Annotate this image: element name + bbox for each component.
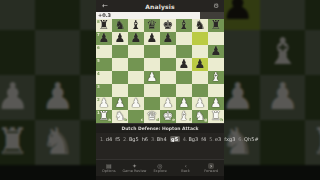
white-pawn-d4[interactable]: ♟ [147, 71, 158, 84]
nav-label: Back [181, 170, 190, 174]
square-a1[interactable]: 1a♜ [96, 110, 112, 123]
move[interactable]: d4 [106, 136, 112, 142]
page-title: Analysis [96, 3, 224, 10]
nav-item-options[interactable]: ▤Options [96, 163, 122, 174]
square-b5[interactable] [112, 58, 128, 71]
rank-label-4: 4 [97, 72, 100, 76]
move-list[interactable]: 1.d4f52.Bg5h63.Bh4g54.Bg3f45.e3fxg36.Qh5… [96, 133, 224, 159]
move-number: 3. [151, 136, 156, 142]
move[interactable]: Bg5 [129, 136, 139, 142]
back-icon[interactable]: ← [102, 0, 108, 12]
file-label-a: a [108, 118, 111, 122]
move[interactable]: e3 [215, 136, 221, 142]
black-pawn-f5[interactable]: ♟ [179, 58, 190, 71]
square-d1[interactable]: d♛ [144, 110, 160, 123]
move-number: 5. [209, 136, 214, 142]
nav-item-game-review[interactable]: ✦Game Review [122, 163, 148, 174]
square-e7[interactable]: ♟ [160, 32, 176, 45]
move-number: 1. [100, 136, 105, 142]
square-g5[interactable]: ♟ [192, 58, 208, 71]
square-a4[interactable]: 4 [96, 71, 112, 84]
nav-label: Options [102, 170, 116, 174]
move[interactable]: Bg3 [188, 136, 198, 142]
square-f4[interactable] [176, 71, 192, 84]
black-knight-g8[interactable]: ♞ [195, 19, 206, 32]
square-h1[interactable]: h♜ [208, 110, 224, 123]
opening-name-bar: Dutch Defense: Hopton Attack [96, 123, 224, 133]
square-h6[interactable]: ♟ [208, 45, 224, 58]
game-review-icon[interactable]: ✦ [132, 163, 137, 169]
nav-item-forward[interactable]: ›Forward [198, 163, 224, 174]
move[interactable]: f4 [201, 136, 206, 142]
rank-label-6: 6 [97, 46, 100, 50]
square-e1[interactable]: e♚ [160, 110, 176, 123]
app-header: ← Analysis ⚙ [96, 0, 224, 12]
square-a6[interactable]: 6 [96, 45, 112, 58]
nav-label: Game Review [122, 170, 146, 174]
nav-label: Explore [153, 170, 166, 174]
move-number: 2. [123, 136, 128, 142]
opening-name: Dutch Defense: Hopton Attack [121, 126, 198, 131]
square-b6[interactable] [112, 45, 128, 58]
file-label-c: c [141, 118, 143, 122]
square-c4[interactable] [128, 71, 144, 84]
square-c5[interactable] [128, 58, 144, 71]
rank-label-3: 3 [97, 85, 100, 89]
square-f1[interactable]: f♝ [176, 110, 192, 123]
move[interactable]: f5 [115, 136, 120, 142]
black-pawn-d7[interactable]: ♟ [147, 32, 158, 45]
back-icon[interactable]: ‹ [184, 163, 186, 169]
square-c6[interactable] [128, 45, 144, 58]
forward-icon[interactable]: › [208, 163, 214, 169]
square-e5[interactable] [160, 58, 176, 71]
explore-icon[interactable]: ◎ [157, 163, 162, 169]
file-label-h: h [220, 118, 223, 122]
square-d4[interactable]: ♟ [144, 71, 160, 84]
square-f8[interactable]: ♝ [176, 19, 192, 32]
square-h4[interactable]: ♝ [208, 71, 224, 84]
square-g8[interactable]: ♞ [192, 19, 208, 32]
move-number: 4. [183, 136, 188, 142]
square-g7[interactable] [192, 32, 208, 45]
square-g4[interactable] [192, 71, 208, 84]
square-d7[interactable]: ♟ [144, 32, 160, 45]
move[interactable]: h6 [142, 136, 148, 142]
move[interactable]: fxg3 [224, 136, 235, 142]
square-f5[interactable]: ♟ [176, 58, 192, 71]
black-pawn-e7[interactable]: ♟ [163, 32, 174, 45]
black-pawn-c7[interactable]: ♟ [131, 32, 142, 45]
move[interactable]: Qh5# [244, 136, 258, 142]
phone-bottom-strip [96, 176, 224, 180]
rank-label-8: 8 [97, 20, 100, 24]
nav-label: Forward [204, 170, 218, 174]
options-icon[interactable]: ▤ [106, 163, 112, 169]
square-d3[interactable] [144, 84, 160, 97]
file-label-e: e [172, 118, 175, 122]
rank-label-7: 7 [97, 33, 100, 37]
square-e6[interactable] [160, 45, 176, 58]
file-label-f: f [189, 118, 191, 122]
rank-label-2: 2 [97, 98, 100, 102]
bottom-navigation: ▤Options✦Game Review◎Explore‹Back›Forwar… [96, 159, 224, 176]
file-label-d: d [156, 118, 159, 122]
chess-board[interactable]: 8♜♞♝♛♚♝♞♜7♟♟♟♟♟6♟5♟♟4♟♝32♟♟♟♟♟♟♟1a♜b♞cd♛… [96, 19, 224, 123]
file-label-g: g [204, 118, 207, 122]
nav-item-explore[interactable]: ◎Explore [147, 163, 173, 174]
rank-label-5: 5 [97, 59, 100, 63]
black-pawn-b7[interactable]: ♟ [115, 32, 126, 45]
square-b4[interactable] [112, 71, 128, 84]
square-g1[interactable]: g♞ [192, 110, 208, 123]
black-pawn-h6[interactable]: ♟ [211, 45, 222, 58]
phone-screen: ← Analysis ⚙ +0.3 8♜♞♝♛♚♝♞♜7♟♟♟♟♟6♟5♟♟4♟… [96, 0, 224, 180]
current-move[interactable]: g5 [170, 136, 180, 142]
move-number: 6. [238, 136, 243, 142]
square-h8[interactable]: ♜ [208, 19, 224, 32]
settings-gear-icon[interactable]: ⚙ [213, 0, 219, 12]
black-rook-h8[interactable]: ♜ [211, 19, 222, 32]
square-a7[interactable]: 7♟ [96, 32, 112, 45]
white-pawn-c2[interactable]: ♟ [131, 97, 142, 110]
black-pawn-a7[interactable]: ♟ [99, 32, 110, 45]
square-b1[interactable]: b♞ [112, 110, 128, 123]
square-c7[interactable]: ♟ [128, 32, 144, 45]
white-bishop-h4[interactable]: ♝ [211, 71, 222, 84]
file-label-b: b [124, 118, 127, 122]
square-f7[interactable] [176, 32, 192, 45]
square-d6[interactable] [144, 45, 160, 58]
square-c1[interactable]: c [128, 110, 144, 123]
white-bishop-f1[interactable]: ♝ [179, 110, 190, 123]
nav-item-back[interactable]: ‹Back [173, 163, 199, 174]
move[interactable]: Bh4 [157, 136, 167, 142]
square-b7[interactable]: ♟ [112, 32, 128, 45]
black-pawn-g5[interactable]: ♟ [195, 58, 206, 71]
square-c2[interactable]: ♟ [128, 97, 144, 110]
square-a5[interactable]: 5 [96, 58, 112, 71]
square-e4[interactable] [160, 71, 176, 84]
black-bishop-f8[interactable]: ♝ [179, 19, 190, 32]
rank-label-1: 1 [97, 111, 100, 115]
